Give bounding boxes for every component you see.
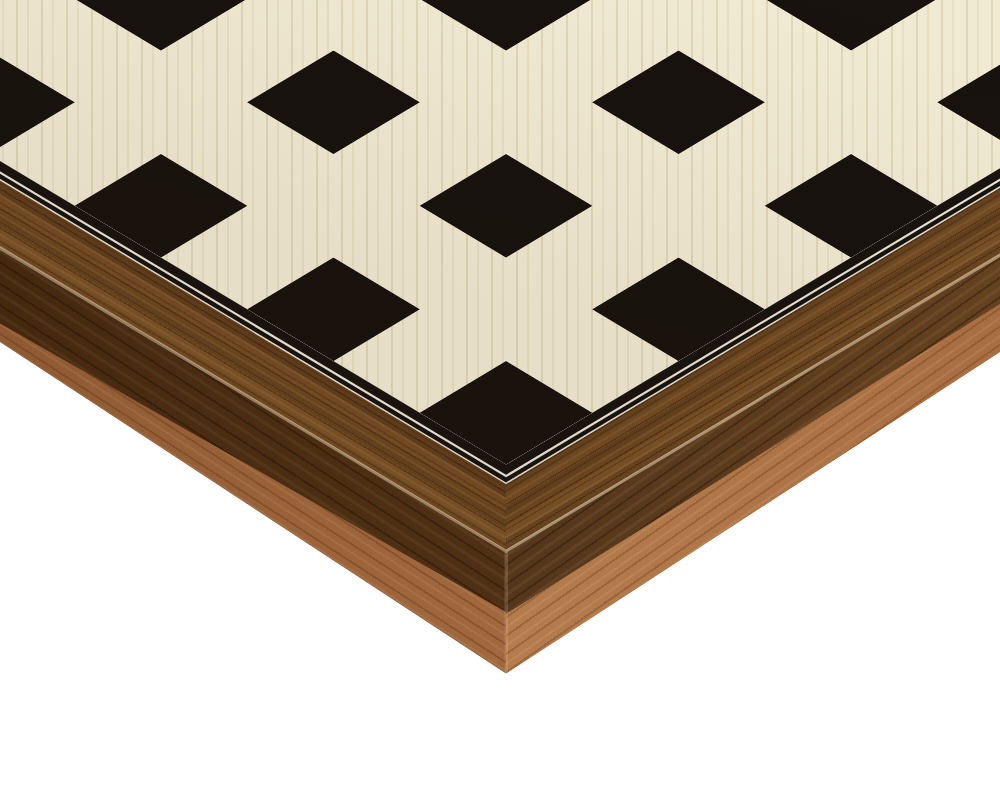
playing-field-border [0,0,1000,475]
pinstripe-outer-light-line [0,0,1000,484]
pinstripe-inner-light-line [0,0,1000,477]
chessboard-top-face [0,0,1000,552]
pinstripe-dark-line [0,0,1000,482]
photo-canvas [0,0,1000,800]
chessboard-squares-grid [0,0,1000,465]
